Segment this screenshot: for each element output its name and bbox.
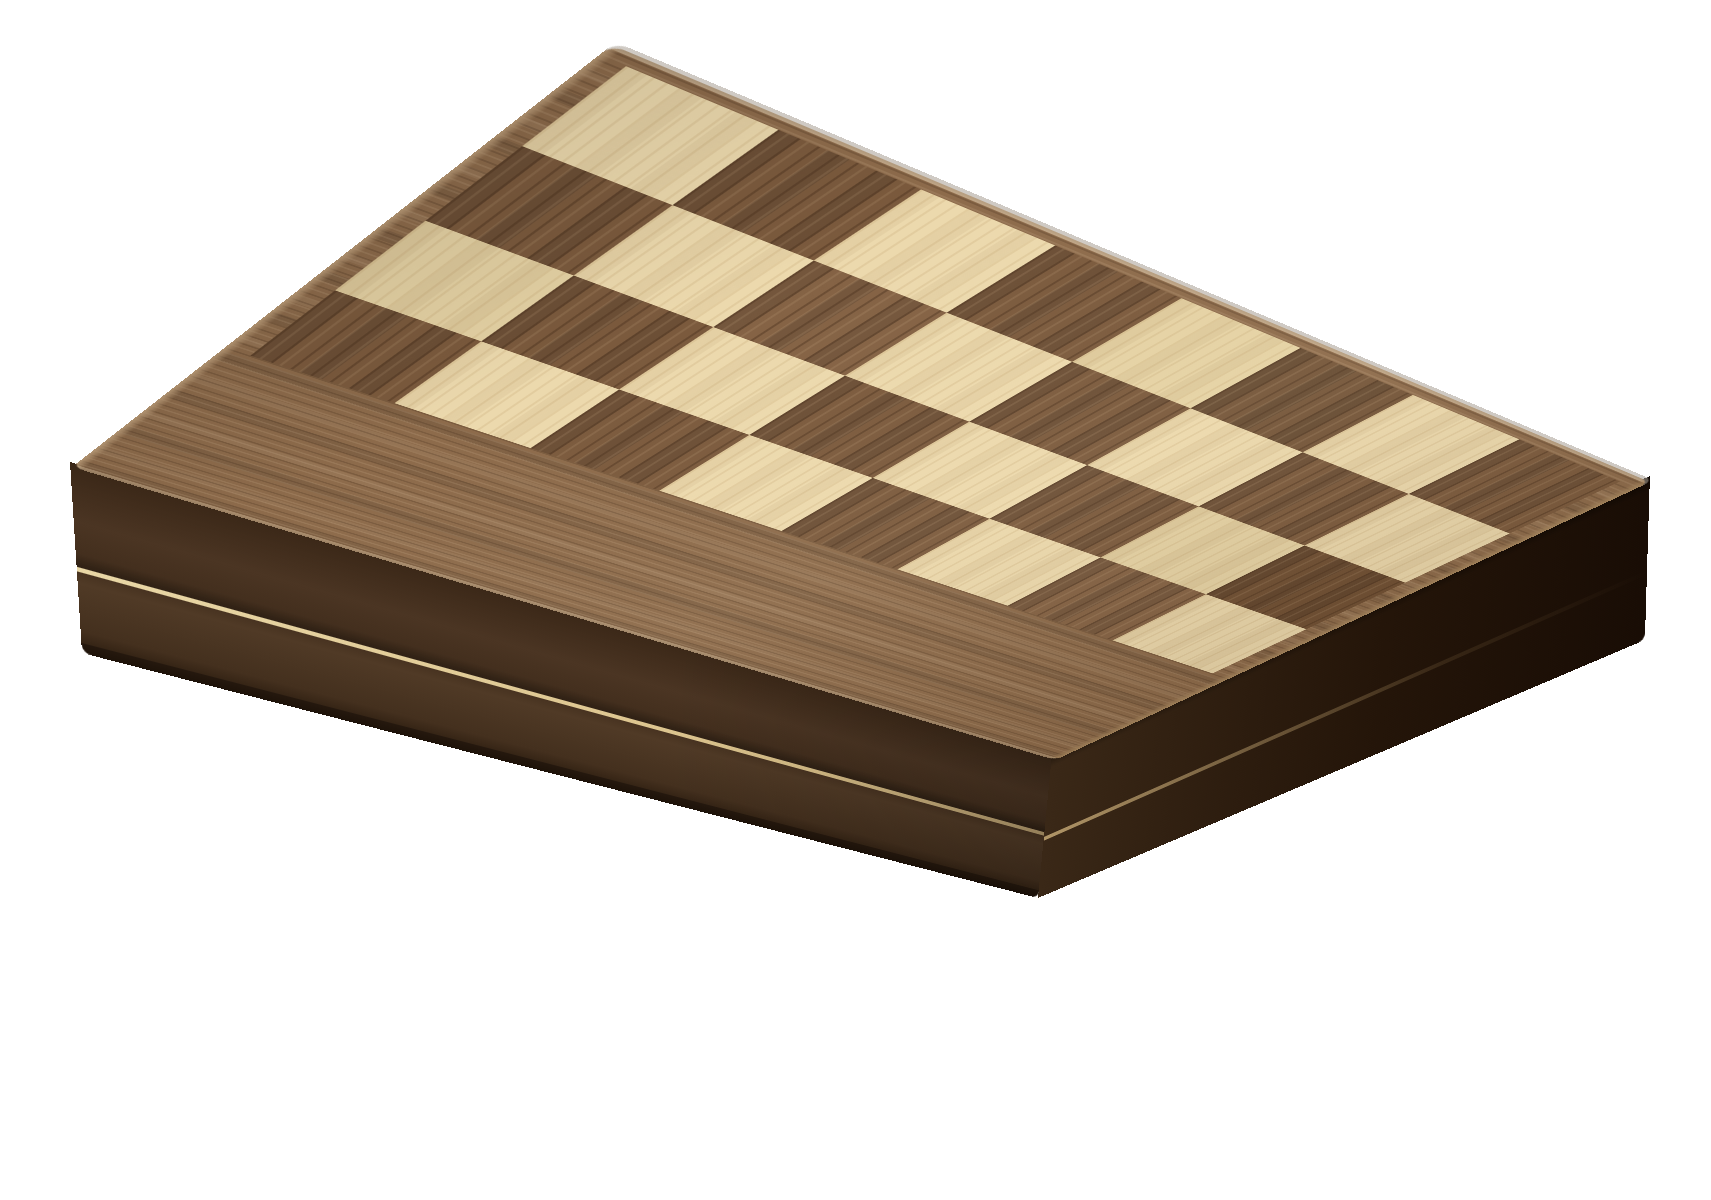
product-photo-stage (0, 0, 1711, 1200)
